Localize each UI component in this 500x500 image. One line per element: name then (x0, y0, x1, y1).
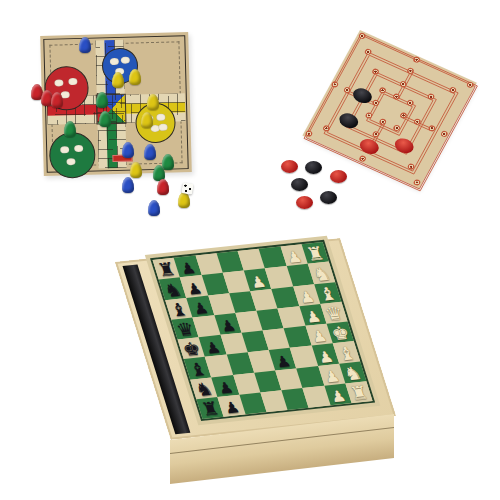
ludo-start-slot (74, 145, 83, 152)
ludo-brand-sticker (112, 155, 132, 163)
ludo-start-slot (115, 67, 124, 74)
chess-board: ♜♟♟♜♞♟♟♞♝♟♟♝♛♟♟♛♚♟♟♚♝♟♟♝♞♟♟♞♜♟♟♜ (150, 240, 375, 421)
nine-mens-morris-board (302, 30, 476, 188)
chess-piece-white-knight: ♞ (308, 264, 335, 284)
ludo-start-slot (68, 78, 77, 85)
chess-piece-white-king: ♚ (327, 324, 354, 344)
ludo-board (40, 32, 192, 176)
ludo-pawn-red (157, 179, 169, 195)
checker-disc-red (296, 196, 313, 209)
ludo-start-slot (54, 80, 63, 87)
checker-disc-black (305, 161, 322, 174)
wooden-storage-box: ♜♟♟♜♞♟♟♞♝♟♟♝♛♟♟♛♚♟♟♚♝♟♟♝♞♟♟♞♜♟♟♜ (115, 238, 396, 440)
ludo-pawn-blue (148, 200, 160, 216)
chess-piece-white-rook: ♜ (302, 244, 329, 264)
ludo-start-slot (67, 158, 76, 165)
chess-piece-white-queen: ♛ (321, 304, 348, 324)
checker-disc-red (330, 170, 347, 183)
chess-piece-white-rook: ♜ (346, 383, 373, 403)
checker-disc-black (291, 178, 308, 191)
ludo-start-slot (109, 58, 118, 65)
dice (181, 182, 194, 195)
ludo-start-slot (60, 146, 69, 153)
ludo-start-slot (61, 91, 70, 98)
chess-piece-white-bishop: ♝ (333, 343, 360, 363)
chess-piece-white-knight: ♞ (339, 363, 366, 383)
ludo-pawn-yellow (178, 192, 190, 208)
ludo-start-slot (156, 114, 165, 121)
chess-piece-white-bishop: ♝ (314, 284, 341, 304)
checker-disc-black (320, 191, 337, 204)
checker-disc-red (281, 160, 298, 173)
ludo-home-triangle-center (97, 95, 126, 124)
ludo-start-slot (120, 57, 129, 64)
ludo-start-slot (144, 115, 153, 122)
ludo-pawn-blue (122, 177, 134, 193)
ludo-start-slot (158, 124, 167, 131)
